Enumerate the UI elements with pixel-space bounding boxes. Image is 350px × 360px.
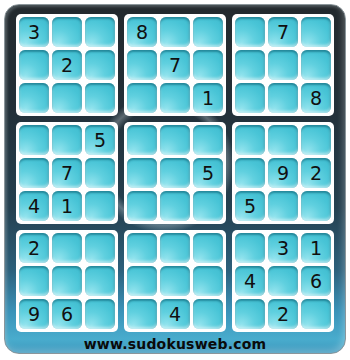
cell-r9c7[interactable] <box>235 299 265 329</box>
cell-r4c9[interactable] <box>301 125 331 155</box>
cell-r3c4[interactable] <box>127 83 157 113</box>
site-label: www.sudokusweb.com <box>5 336 345 352</box>
cell-r3c3[interactable] <box>85 83 115 113</box>
cell-r1c1[interactable]: 3 <box>19 17 49 47</box>
cell-r9c4[interactable] <box>127 299 157 329</box>
cell-r2c7[interactable] <box>235 50 265 80</box>
cell-r7c6[interactable] <box>193 233 223 263</box>
cell-r8c5[interactable] <box>160 266 190 296</box>
cell-r9c2[interactable]: 6 <box>52 299 82 329</box>
box-1-2: 871 <box>124 14 226 116</box>
box-2-3: 925 <box>232 122 334 224</box>
cell-r4c2[interactable] <box>52 125 82 155</box>
cell-r5c9[interactable]: 2 <box>301 158 331 188</box>
cell-r5c4[interactable] <box>127 158 157 188</box>
cell-r7c9[interactable]: 1 <box>301 233 331 263</box>
cell-r9c8[interactable]: 2 <box>268 299 298 329</box>
cell-r2c5[interactable]: 7 <box>160 50 190 80</box>
cell-r8c7[interactable]: 4 <box>235 266 265 296</box>
cell-r7c7[interactable] <box>235 233 265 263</box>
cell-r6c2[interactable]: 1 <box>52 191 82 221</box>
cell-r2c1[interactable] <box>19 50 49 80</box>
sudoku-board: 328717857415925296431462 <box>16 14 334 332</box>
cell-r9c1[interactable]: 9 <box>19 299 49 329</box>
cell-r7c4[interactable] <box>127 233 157 263</box>
cell-r4c7[interactable] <box>235 125 265 155</box>
cell-r4c3[interactable]: 5 <box>85 125 115 155</box>
cell-r8c3[interactable] <box>85 266 115 296</box>
cell-r8c2[interactable] <box>52 266 82 296</box>
cell-r6c1[interactable]: 4 <box>19 191 49 221</box>
cell-r2c8[interactable] <box>268 50 298 80</box>
box-2-1: 5741 <box>16 122 118 224</box>
cell-r9c6[interactable] <box>193 299 223 329</box>
cell-r4c8[interactable] <box>268 125 298 155</box>
cell-r1c7[interactable] <box>235 17 265 47</box>
cell-r5c2[interactable]: 7 <box>52 158 82 188</box>
cell-r8c8[interactable] <box>268 266 298 296</box>
cell-r3c1[interactable] <box>19 83 49 113</box>
cell-r7c8[interactable]: 3 <box>268 233 298 263</box>
cell-r7c2[interactable] <box>52 233 82 263</box>
cell-r3c2[interactable] <box>52 83 82 113</box>
cell-r9c3[interactable] <box>85 299 115 329</box>
cell-r6c6[interactable] <box>193 191 223 221</box>
box-1-3: 78 <box>232 14 334 116</box>
box-3-1: 296 <box>16 230 118 332</box>
cell-r7c1[interactable]: 2 <box>19 233 49 263</box>
cell-r1c8[interactable]: 7 <box>268 17 298 47</box>
cell-r4c5[interactable] <box>160 125 190 155</box>
cell-r9c5[interactable]: 4 <box>160 299 190 329</box>
box-3-2: 4 <box>124 230 226 332</box>
cell-r8c9[interactable]: 6 <box>301 266 331 296</box>
cell-r5c7[interactable] <box>235 158 265 188</box>
box-2-2: 5 <box>124 122 226 224</box>
cell-r6c8[interactable] <box>268 191 298 221</box>
cell-r1c2[interactable] <box>52 17 82 47</box>
cell-r5c3[interactable] <box>85 158 115 188</box>
box-1-1: 32 <box>16 14 118 116</box>
cell-r2c3[interactable] <box>85 50 115 80</box>
cell-r6c4[interactable] <box>127 191 157 221</box>
cell-r8c1[interactable] <box>19 266 49 296</box>
cell-r4c1[interactable] <box>19 125 49 155</box>
cell-r2c9[interactable] <box>301 50 331 80</box>
cell-r6c7[interactable]: 5 <box>235 191 265 221</box>
cell-r6c3[interactable] <box>85 191 115 221</box>
cell-r1c6[interactable] <box>193 17 223 47</box>
cell-r1c5[interactable] <box>160 17 190 47</box>
cell-r1c4[interactable]: 8 <box>127 17 157 47</box>
cell-r5c8[interactable]: 9 <box>268 158 298 188</box>
cell-r9c9[interactable] <box>301 299 331 329</box>
cell-r3c5[interactable] <box>160 83 190 113</box>
cell-r4c4[interactable] <box>127 125 157 155</box>
cell-r2c6[interactable] <box>193 50 223 80</box>
cell-r3c8[interactable] <box>268 83 298 113</box>
cell-r2c4[interactable] <box>127 50 157 80</box>
cell-r5c1[interactable] <box>19 158 49 188</box>
cell-r5c6[interactable]: 5 <box>193 158 223 188</box>
cell-r8c4[interactable] <box>127 266 157 296</box>
cell-r1c9[interactable] <box>301 17 331 47</box>
cell-r3c7[interactable] <box>235 83 265 113</box>
cell-r5c5[interactable] <box>160 158 190 188</box>
cell-r6c5[interactable] <box>160 191 190 221</box>
cell-r1c3[interactable] <box>85 17 115 47</box>
cell-r3c9[interactable]: 8 <box>301 83 331 113</box>
cell-r7c5[interactable] <box>160 233 190 263</box>
cell-r6c9[interactable] <box>301 191 331 221</box>
board-frame: 328717857415925296431462 www.sudokusweb.… <box>4 4 346 354</box>
cell-r3c6[interactable]: 1 <box>193 83 223 113</box>
cell-r7c3[interactable] <box>85 233 115 263</box>
box-3-3: 31462 <box>232 230 334 332</box>
cell-r8c6[interactable] <box>193 266 223 296</box>
cell-r4c6[interactable] <box>193 125 223 155</box>
cell-r2c2[interactable]: 2 <box>52 50 82 80</box>
